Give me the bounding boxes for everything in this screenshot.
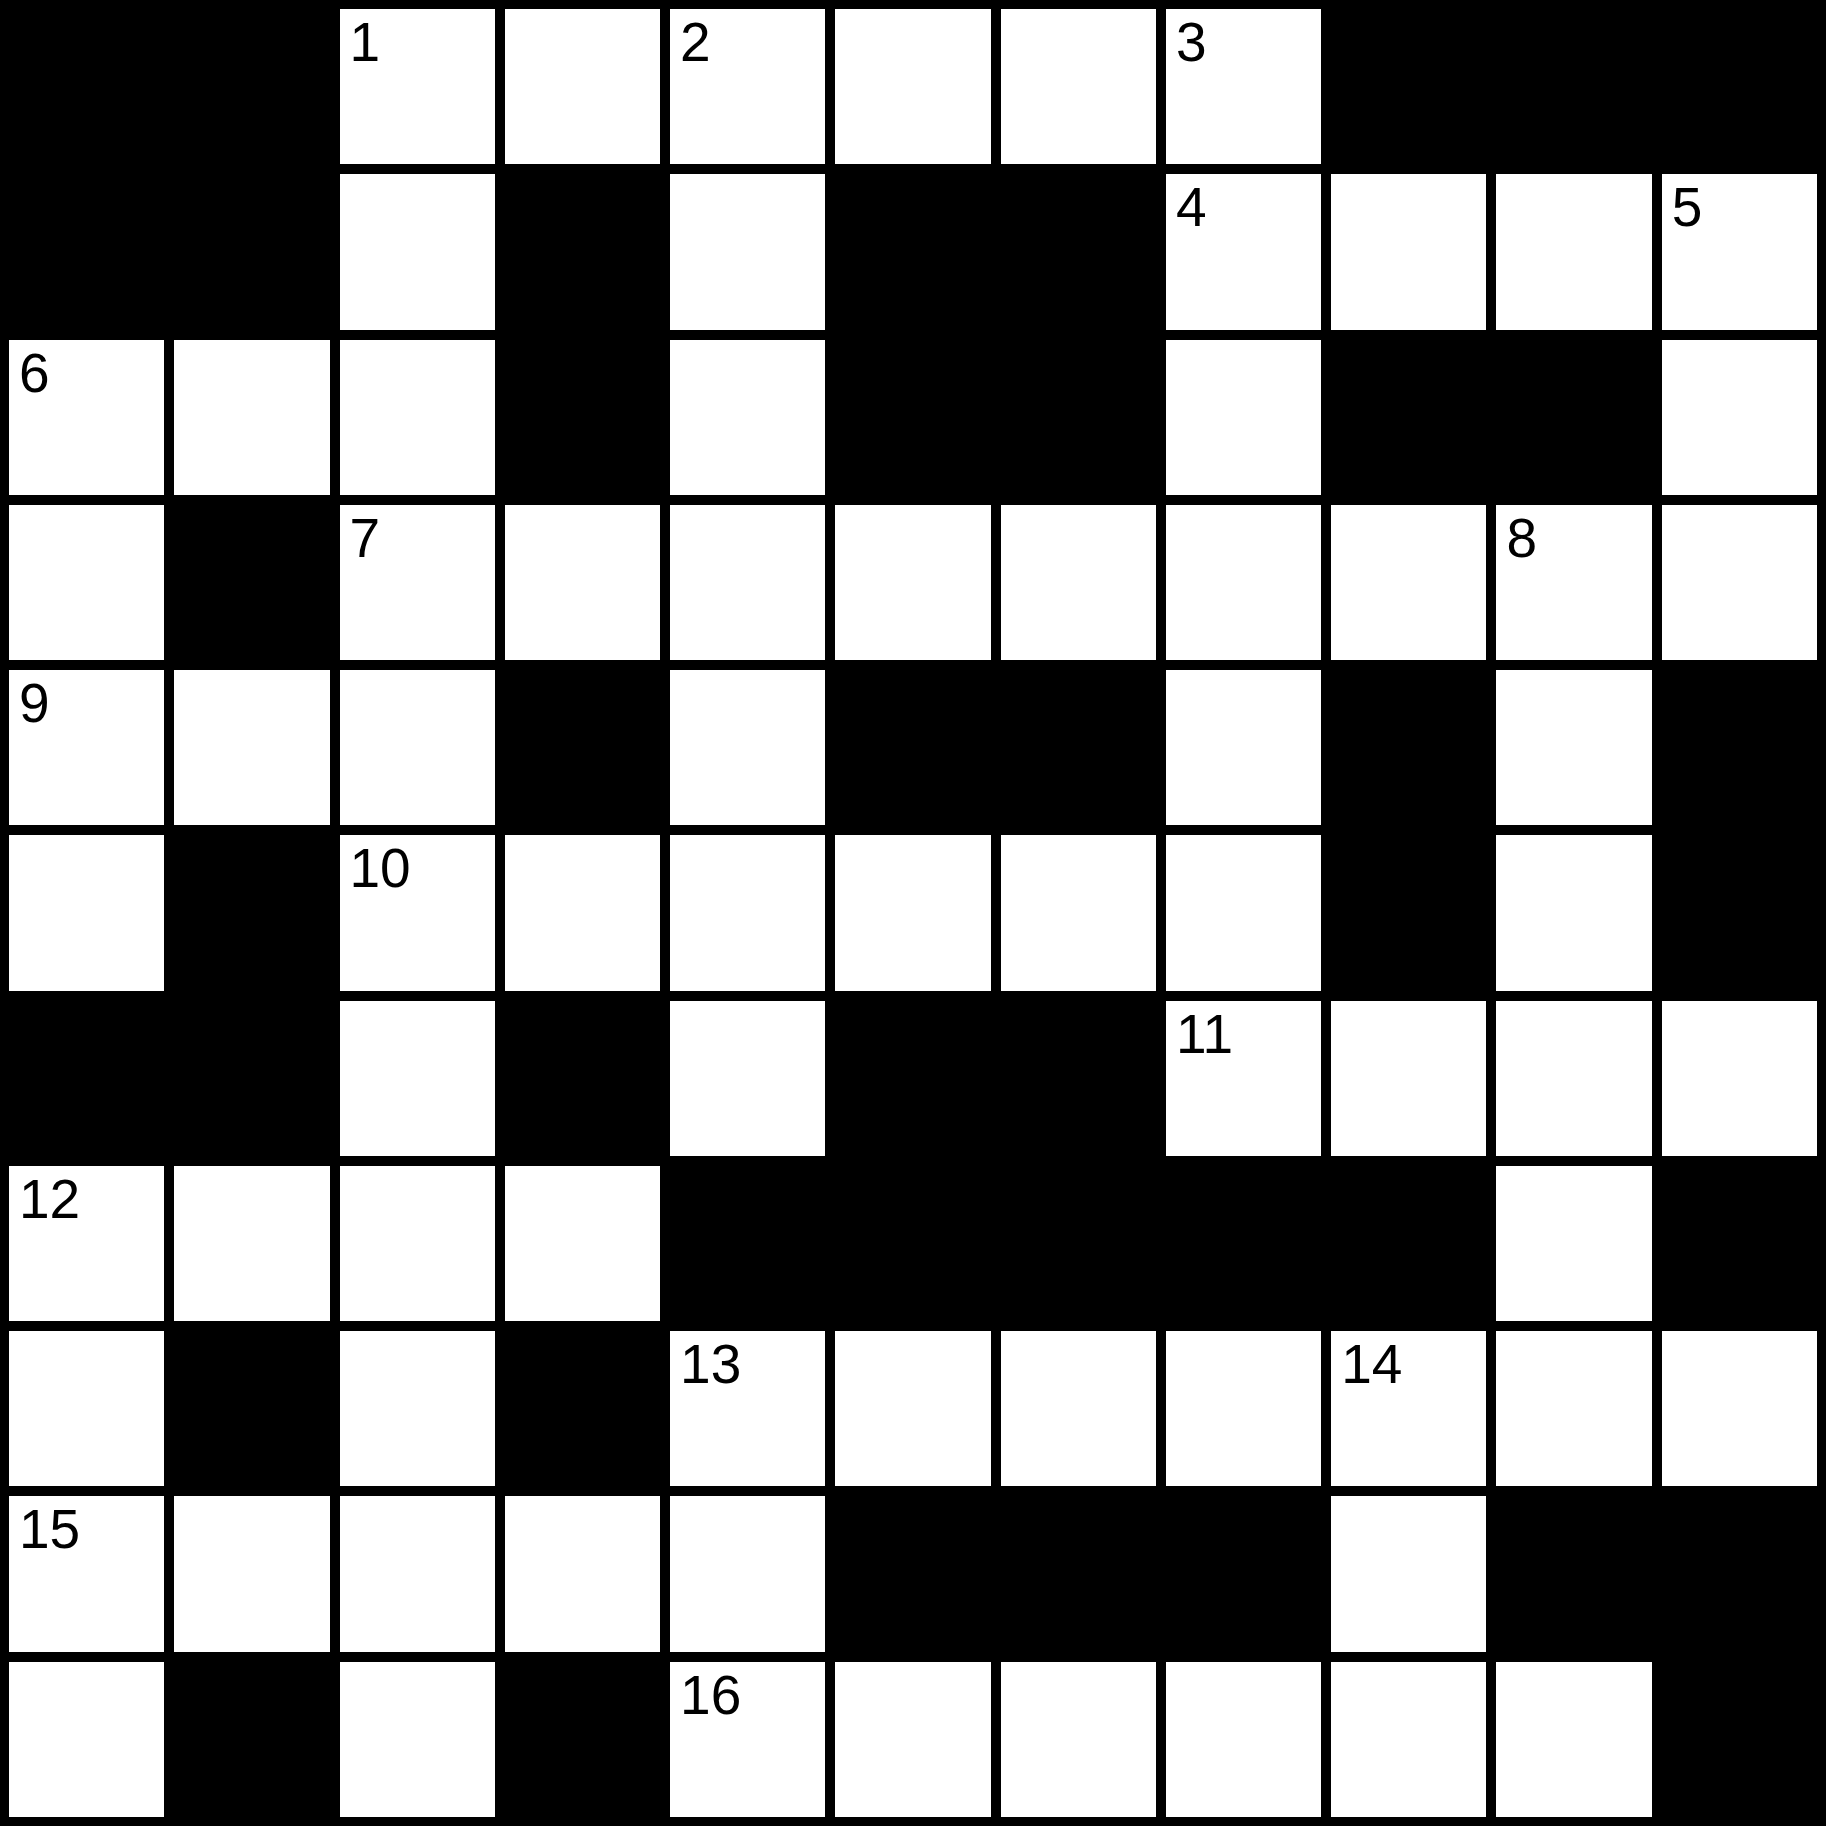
white-cell-r0c4[interactable]: 2 (670, 9, 825, 164)
white-cell-r3c7[interactable] (1166, 505, 1321, 660)
black-cell-r6c0 (9, 1001, 164, 1156)
white-cell-r4c0[interactable]: 9 (9, 670, 164, 825)
white-cell-r6c7[interactable]: 11 (1166, 1001, 1321, 1156)
white-cell-r3c4[interactable] (670, 505, 825, 660)
clue-number-12: 12 (19, 1167, 80, 1231)
black-cell-r0c1 (174, 9, 329, 164)
black-cell-r7c5 (835, 1166, 990, 1321)
white-cell-r3c0[interactable] (9, 505, 164, 660)
black-cell-r4c6 (1001, 670, 1156, 825)
white-cell-r0c5[interactable] (835, 9, 990, 164)
white-cell-r8c4[interactable]: 13 (670, 1331, 825, 1486)
black-cell-r2c6 (1001, 340, 1156, 495)
clue-number-9: 9 (19, 671, 50, 735)
white-cell-r8c6[interactable] (1001, 1331, 1156, 1486)
clue-number-5: 5 (1672, 175, 1703, 239)
black-cell-r9c7 (1166, 1496, 1321, 1651)
black-cell-r1c3 (505, 174, 660, 329)
white-cell-r9c1[interactable] (174, 1496, 329, 1651)
white-cell-r2c1[interactable] (174, 340, 329, 495)
white-cell-r7c0[interactable]: 12 (9, 1166, 164, 1321)
white-cell-r3c2[interactable]: 7 (340, 505, 495, 660)
black-cell-r7c6 (1001, 1166, 1156, 1321)
black-cell-r2c3 (505, 340, 660, 495)
white-cell-r0c6[interactable] (1001, 9, 1156, 164)
white-cell-r3c8[interactable] (1331, 505, 1486, 660)
white-cell-r6c8[interactable] (1331, 1001, 1486, 1156)
white-cell-r4c7[interactable] (1166, 670, 1321, 825)
white-cell-r7c2[interactable] (340, 1166, 495, 1321)
white-cell-r6c10[interactable] (1662, 1001, 1817, 1156)
clue-number-1: 1 (350, 10, 381, 74)
white-cell-r3c6[interactable] (1001, 505, 1156, 660)
white-cell-r4c9[interactable] (1496, 670, 1651, 825)
clue-number-3: 3 (1176, 10, 1207, 74)
black-cell-r5c1 (174, 835, 329, 990)
white-cell-r9c8[interactable] (1331, 1496, 1486, 1651)
clue-number-16: 16 (680, 1663, 741, 1727)
black-cell-r1c6 (1001, 174, 1156, 329)
white-cell-r10c7[interactable] (1166, 1662, 1321, 1817)
black-cell-r8c3 (505, 1331, 660, 1486)
black-cell-r0c8 (1331, 9, 1486, 164)
white-cell-r2c7[interactable] (1166, 340, 1321, 495)
clue-number-6: 6 (19, 341, 50, 405)
black-cell-r0c10 (1662, 9, 1817, 164)
white-cell-r10c2[interactable] (340, 1662, 495, 1817)
clue-number-15: 15 (19, 1497, 80, 1561)
crossword-board: 12345678910111213141516 (0, 0, 1826, 1826)
black-cell-r5c10 (1662, 835, 1817, 990)
black-cell-r4c8 (1331, 670, 1486, 825)
white-cell-r4c4[interactable] (670, 670, 825, 825)
clue-number-7: 7 (350, 506, 381, 570)
black-cell-r6c5 (835, 1001, 990, 1156)
white-cell-r1c9[interactable] (1496, 174, 1651, 329)
white-cell-r3c3[interactable] (505, 505, 660, 660)
white-cell-r9c2[interactable] (340, 1496, 495, 1651)
black-cell-r10c1 (174, 1662, 329, 1817)
clue-number-11: 11 (1176, 1002, 1233, 1066)
white-cell-r1c4[interactable] (670, 174, 825, 329)
white-cell-r5c9[interactable] (1496, 835, 1651, 990)
clue-number-2: 2 (680, 10, 711, 74)
black-cell-r1c5 (835, 174, 990, 329)
white-cell-r7c3[interactable] (505, 1166, 660, 1321)
white-cell-r5c7[interactable] (1166, 835, 1321, 990)
black-cell-r10c3 (505, 1662, 660, 1817)
black-cell-r7c7 (1166, 1166, 1321, 1321)
white-cell-r7c9[interactable] (1496, 1166, 1651, 1321)
white-cell-r9c3[interactable] (505, 1496, 660, 1651)
white-cell-r4c1[interactable] (174, 670, 329, 825)
white-cell-r5c6[interactable] (1001, 835, 1156, 990)
black-cell-r7c8 (1331, 1166, 1486, 1321)
white-cell-r1c10[interactable]: 5 (1662, 174, 1817, 329)
black-cell-r1c0 (9, 174, 164, 329)
black-cell-r9c6 (1001, 1496, 1156, 1651)
white-cell-r9c4[interactable] (670, 1496, 825, 1651)
white-cell-r2c10[interactable] (1662, 340, 1817, 495)
black-cell-r9c9 (1496, 1496, 1651, 1651)
white-cell-r6c9[interactable] (1496, 1001, 1651, 1156)
black-cell-r1c1 (174, 174, 329, 329)
white-cell-r10c4[interactable]: 16 (670, 1662, 825, 1817)
clue-number-10: 10 (350, 836, 411, 900)
black-cell-r6c1 (174, 1001, 329, 1156)
white-cell-r0c7[interactable]: 3 (1166, 9, 1321, 164)
black-cell-r4c5 (835, 670, 990, 825)
black-cell-r7c10 (1662, 1166, 1817, 1321)
black-cell-r9c10 (1662, 1496, 1817, 1651)
white-cell-r3c10[interactable] (1662, 505, 1817, 660)
white-cell-r1c2[interactable] (340, 174, 495, 329)
black-cell-r2c8 (1331, 340, 1486, 495)
white-cell-r5c3[interactable] (505, 835, 660, 990)
black-cell-r2c5 (835, 340, 990, 495)
white-cell-r1c8[interactable] (1331, 174, 1486, 329)
white-cell-r2c0[interactable]: 6 (9, 340, 164, 495)
white-cell-r7c1[interactable] (174, 1166, 329, 1321)
white-cell-r8c5[interactable] (835, 1331, 990, 1486)
white-cell-r10c5[interactable] (835, 1662, 990, 1817)
white-cell-r8c10[interactable] (1662, 1331, 1817, 1486)
crossword-grid: 12345678910111213141516 (9, 9, 1817, 1817)
black-cell-r4c3 (505, 670, 660, 825)
clue-number-8: 8 (1506, 506, 1537, 570)
white-cell-r8c2[interactable] (340, 1331, 495, 1486)
white-cell-r3c9[interactable]: 8 (1496, 505, 1651, 660)
black-cell-r10c10 (1662, 1662, 1817, 1817)
black-cell-r0c0 (9, 9, 164, 164)
black-cell-r2c9 (1496, 340, 1651, 495)
white-cell-r8c9[interactable] (1496, 1331, 1651, 1486)
black-cell-r4c10 (1662, 670, 1817, 825)
white-cell-r8c7[interactable] (1166, 1331, 1321, 1486)
white-cell-r8c8[interactable]: 14 (1331, 1331, 1486, 1486)
white-cell-r10c6[interactable] (1001, 1662, 1156, 1817)
black-cell-r3c1 (174, 505, 329, 660)
black-cell-r0c9 (1496, 9, 1651, 164)
clue-number-13: 13 (680, 1332, 741, 1396)
white-cell-r5c2[interactable]: 10 (340, 835, 495, 990)
white-cell-r10c9[interactable] (1496, 1662, 1651, 1817)
white-cell-r10c8[interactable] (1331, 1662, 1486, 1817)
white-cell-r3c5[interactable] (835, 505, 990, 660)
white-cell-r5c0[interactable] (9, 835, 164, 990)
white-cell-r6c4[interactable] (670, 1001, 825, 1156)
white-cell-r2c2[interactable] (340, 340, 495, 495)
black-cell-r9c5 (835, 1496, 990, 1651)
black-cell-r5c8 (1331, 835, 1486, 990)
white-cell-r1c7[interactable]: 4 (1166, 174, 1321, 329)
white-cell-r4c2[interactable] (340, 670, 495, 825)
black-cell-r6c3 (505, 1001, 660, 1156)
white-cell-r2c4[interactable] (670, 340, 825, 495)
black-cell-r8c1 (174, 1331, 329, 1486)
white-cell-r8c0[interactable] (9, 1331, 164, 1486)
white-cell-r5c4[interactable] (670, 835, 825, 990)
white-cell-r0c3[interactable] (505, 9, 660, 164)
white-cell-r9c0[interactable]: 15 (9, 1496, 164, 1651)
white-cell-r10c0[interactable] (9, 1662, 164, 1817)
white-cell-r0c2[interactable]: 1 (340, 9, 495, 164)
white-cell-r6c2[interactable] (340, 1001, 495, 1156)
black-cell-r7c4 (670, 1166, 825, 1321)
clue-number-4: 4 (1176, 175, 1207, 239)
clue-number-14: 14 (1341, 1332, 1402, 1396)
white-cell-r5c5[interactable] (835, 835, 990, 990)
black-cell-r6c6 (1001, 1001, 1156, 1156)
